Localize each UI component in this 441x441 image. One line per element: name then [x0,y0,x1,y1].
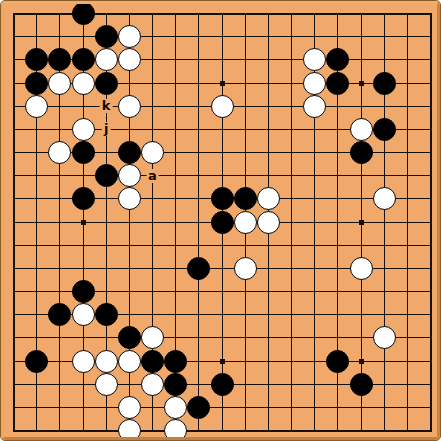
star-point [81,220,86,225]
white-stone-glyph: ● [120,187,138,208]
white-stone: ● [48,72,71,95]
star-point [220,81,225,86]
white-stone: ● [72,118,95,141]
black-stone-glyph: ● [97,164,115,185]
black-stone-glyph: ● [213,187,231,208]
black-stone-glyph: ● [74,187,92,208]
black-stone-glyph: ● [74,280,92,301]
white-stone: ● [234,257,257,280]
white-stone-glyph: ● [375,326,393,347]
black-stone-glyph: ● [51,303,69,324]
star-point [359,220,364,225]
white-stone-glyph: ● [51,141,69,162]
black-stone: ● [211,187,234,210]
black-stone-glyph: ● [74,48,92,69]
black-stone-glyph: ● [166,350,184,371]
black-stone-glyph: ● [97,72,115,93]
black-stone: ● [118,141,141,164]
white-stone: ● [350,118,373,141]
black-stone: ● [373,72,396,95]
black-stone-glyph: ● [236,187,254,208]
black-stone: ● [25,350,48,373]
star-point [220,359,225,364]
white-stone: ● [95,48,118,71]
black-stone: ● [95,164,118,187]
black-stone-glyph: ● [352,141,370,162]
white-stone: ● [118,419,141,441]
white-stone: ● [303,72,326,95]
white-stone-glyph: ● [120,419,138,440]
black-stone: ● [164,373,187,396]
star-point [359,81,364,86]
black-stone: ● [95,25,118,48]
white-stone: ● [350,257,373,280]
black-stone: ● [95,303,118,326]
white-stone-glyph: ● [97,48,115,69]
white-stone: ● [234,211,257,234]
white-stone: ● [95,373,118,396]
black-stone-glyph: ● [352,373,370,394]
white-stone: ● [118,48,141,71]
black-stone-glyph: ● [120,326,138,347]
white-stone-glyph: ● [213,95,231,116]
white-stone-glyph: ● [97,373,115,394]
white-stone-glyph: ● [259,187,277,208]
white-stone-glyph: ● [97,350,115,371]
white-stone: ● [118,350,141,373]
white-stone-glyph: ● [120,25,138,46]
white-stone: ● [373,187,396,210]
black-stone: ● [118,326,141,349]
white-stone-glyph: ● [236,257,254,278]
black-stone: ● [72,187,95,210]
white-stone-glyph: ● [27,95,45,116]
black-stone-glyph: ● [27,350,45,371]
black-stone: ● [326,350,349,373]
white-stone: ● [95,350,118,373]
black-stone-glyph: ● [213,373,231,394]
white-stone: ● [118,95,141,118]
black-stone-glyph: ● [329,72,347,93]
black-stone-glyph: ● [27,72,45,93]
black-stone: ● [187,257,210,280]
black-stone-glyph: ● [166,373,184,394]
white-stone-glyph: ● [143,326,161,347]
black-stone: ● [25,72,48,95]
white-stone: ● [72,303,95,326]
black-stone-glyph: ● [375,72,393,93]
white-stone: ● [72,350,95,373]
black-stone-glyph: ● [190,257,208,278]
white-stone-glyph: ● [74,118,92,139]
white-stone: ● [141,141,164,164]
black-stone-glyph: ● [329,350,347,371]
point-label-k: k [100,99,113,113]
point-label-j: j [102,122,110,136]
white-stone-glyph: ● [236,211,254,232]
white-stone-glyph: ● [74,350,92,371]
white-stone-glyph: ● [375,187,393,208]
white-stone-glyph: ● [143,373,161,394]
black-stone-glyph: ● [97,25,115,46]
black-stone: ● [373,118,396,141]
black-stone: ● [211,373,234,396]
black-stone-glyph: ● [375,118,393,139]
white-stone: ● [373,326,396,349]
black-stone: ● [164,350,187,373]
star-point [359,359,364,364]
white-stone-glyph: ● [305,48,323,69]
white-stone: ● [257,211,280,234]
black-stone-glyph: ● [120,141,138,162]
white-stone-glyph: ● [166,396,184,417]
white-stone: ● [303,95,326,118]
black-stone: ● [72,141,95,164]
white-stone: ● [164,396,187,419]
white-stone-glyph: ● [120,396,138,417]
black-stone: ● [350,373,373,396]
black-stone-glyph: ● [27,48,45,69]
white-stone-glyph: ● [74,72,92,93]
black-stone: ● [211,211,234,234]
white-stone-glyph: ● [120,350,138,371]
black-stone-glyph: ● [213,211,231,232]
white-stone: ● [118,164,141,187]
black-stone: ● [234,187,257,210]
white-stone-glyph: ● [305,95,323,116]
white-stone-glyph: ● [259,211,277,232]
white-stone: ● [141,373,164,396]
white-stone: ● [118,187,141,210]
white-stone-glyph: ● [51,72,69,93]
white-stone: ● [25,95,48,118]
white-stone: ● [118,25,141,48]
black-stone: ● [326,72,349,95]
white-stone: ● [164,419,187,441]
black-stone-glyph: ● [74,2,92,23]
white-stone-glyph: ● [74,303,92,324]
white-stone-glyph: ● [120,48,138,69]
white-stone-glyph: ● [143,141,161,162]
black-stone: ● [350,141,373,164]
black-stone-glyph: ● [143,350,161,371]
black-stone-glyph: ● [51,48,69,69]
white-stone-glyph: ● [352,257,370,278]
black-stone: ● [95,72,118,95]
white-stone: ● [118,396,141,419]
white-stone-glyph: ● [166,419,184,440]
black-stone-glyph: ● [97,303,115,324]
go-board: ●●●●●●●●●●●●●●●●●●●●●●●●●●●●●●●●●●●●●●●●… [0,0,441,441]
white-stone-glyph: ● [305,72,323,93]
black-stone-glyph: ● [190,396,208,417]
point-label-a: a [146,169,159,183]
white-stone: ● [257,187,280,210]
black-stone-glyph: ● [329,48,347,69]
white-stone: ● [211,95,234,118]
white-stone-glyph: ● [352,118,370,139]
black-stone: ● [141,350,164,373]
black-stone-glyph: ● [74,141,92,162]
black-stone: ● [72,48,95,71]
white-stone: ● [72,72,95,95]
white-stone-glyph: ● [120,164,138,185]
black-stone: ● [72,2,95,25]
white-stone-glyph: ● [120,95,138,116]
black-stone: ● [187,396,210,419]
black-stone: ● [72,280,95,303]
